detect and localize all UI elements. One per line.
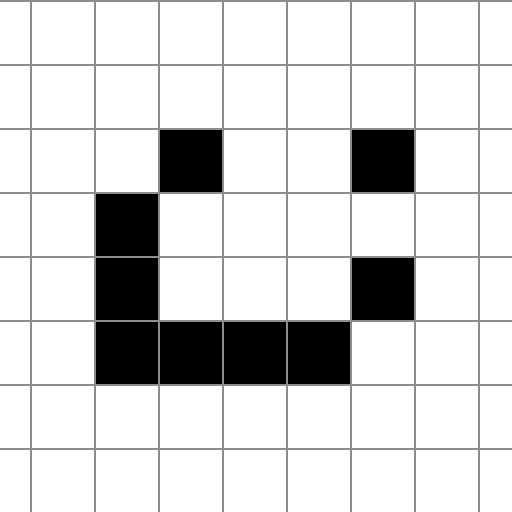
pixel-grid-board	[0, 0, 512, 512]
grid-cell-empty	[32, 322, 96, 386]
grid-cell-filled	[160, 322, 224, 386]
grid-cell-empty	[480, 322, 512, 386]
grid-cell-filled	[288, 322, 352, 386]
grid-cell-empty	[160, 450, 224, 512]
grid-cell-filled	[160, 130, 224, 194]
grid-cell-empty	[416, 258, 480, 322]
grid-cell-empty	[352, 194, 416, 258]
grid-cell-empty	[0, 450, 32, 512]
grid-cell-empty	[352, 66, 416, 130]
grid-cell-empty	[416, 130, 480, 194]
grid-cell-empty	[480, 450, 512, 512]
grid-cell-empty	[288, 386, 352, 450]
grid-cell-empty	[96, 2, 160, 66]
grid-cell-empty	[352, 322, 416, 386]
grid-cell-empty	[224, 66, 288, 130]
grid-cell-empty	[416, 2, 480, 66]
grid-cell-empty	[224, 386, 288, 450]
grid-cell-empty	[160, 386, 224, 450]
grid-cell-empty	[480, 194, 512, 258]
grid-cell-empty	[224, 194, 288, 258]
grid-cell-filled	[352, 258, 416, 322]
grid-cell-empty	[416, 66, 480, 130]
grid-cell-empty	[160, 194, 224, 258]
grid-cell-empty	[0, 2, 32, 66]
grid-cell-empty	[0, 322, 32, 386]
grid-cell-empty	[0, 130, 32, 194]
grid-cell-empty	[224, 450, 288, 512]
grid-cell-empty	[288, 66, 352, 130]
grid-cell-empty	[160, 66, 224, 130]
grid-cell-empty	[480, 130, 512, 194]
grid-cell-empty	[288, 130, 352, 194]
grid-cell-filled	[96, 194, 160, 258]
grid-cell-empty	[288, 194, 352, 258]
grid-cell-empty	[32, 258, 96, 322]
grid-cell-empty	[32, 386, 96, 450]
grid-cell-empty	[0, 194, 32, 258]
grid-cell-empty	[96, 450, 160, 512]
grid-cell-empty	[288, 450, 352, 512]
grid-cell-empty	[224, 2, 288, 66]
grid-cell-empty	[480, 2, 512, 66]
grid-cell-empty	[0, 258, 32, 322]
grid-cell-empty	[480, 66, 512, 130]
grid-cell-empty	[96, 130, 160, 194]
grid-cell-filled	[96, 258, 160, 322]
grid-cell-empty	[352, 450, 416, 512]
grid-cell-empty	[160, 258, 224, 322]
grid-cell-empty	[32, 66, 96, 130]
grid-cell-empty	[480, 258, 512, 322]
grid-cell-empty	[96, 386, 160, 450]
grid-cell-empty	[160, 2, 224, 66]
grid-cell-empty	[96, 66, 160, 130]
grid-cell-empty	[224, 130, 288, 194]
grid-cell-empty	[416, 322, 480, 386]
grid-cell-empty	[288, 258, 352, 322]
grid-cell-empty	[32, 194, 96, 258]
grid-cell-filled	[96, 322, 160, 386]
grid-cell-empty	[416, 194, 480, 258]
grid-cell-empty	[416, 450, 480, 512]
grid-cell-empty	[0, 66, 32, 130]
grid-cell-empty	[480, 386, 512, 450]
grid-cell-empty	[32, 2, 96, 66]
grid-cell-empty	[288, 2, 352, 66]
grid-cell-empty	[224, 258, 288, 322]
grid-cell-empty	[416, 386, 480, 450]
grid-cell-empty	[0, 386, 32, 450]
grid-cell-empty	[352, 2, 416, 66]
grid-cell-filled	[352, 130, 416, 194]
grid-cell-empty	[352, 386, 416, 450]
grid-cell-filled	[224, 322, 288, 386]
grid-cell-empty	[32, 450, 96, 512]
grid-cell-empty	[32, 130, 96, 194]
